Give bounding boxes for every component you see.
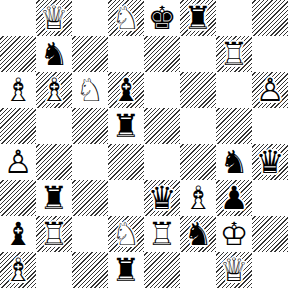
square-a8[interactable] (0, 0, 36, 36)
square-g2[interactable]: ♚♔ (216, 216, 252, 252)
piece-white-rook: ♖ (144, 216, 180, 252)
square-b2[interactable]: ♜♖ (36, 216, 72, 252)
square-a4[interactable]: ♟♙ (0, 144, 36, 180)
piece-black-rook: ♜ (108, 252, 144, 288)
square-f1[interactable] (180, 252, 216, 288)
square-b3[interactable]: ♜♜ (36, 180, 72, 216)
piece-halo: ♚ (144, 0, 180, 36)
square-c7[interactable] (72, 36, 108, 72)
piece-black-queen: ♛ (252, 144, 288, 180)
square-b8[interactable]: ♛♕ (36, 0, 72, 36)
piece-black-bishop: ♝ (0, 216, 36, 252)
piece-halo: ♜ (216, 36, 252, 72)
square-d3[interactable] (108, 180, 144, 216)
square-b6[interactable]: ♝♗ (36, 72, 72, 108)
square-e3[interactable]: ♛♛ (144, 180, 180, 216)
square-h2[interactable] (252, 216, 288, 252)
piece-halo: ♝ (0, 252, 36, 288)
piece-white-bishop: ♗ (180, 180, 216, 216)
piece-white-pawn: ♙ (0, 144, 36, 180)
piece-halo: ♛ (252, 144, 288, 180)
piece-black-knight: ♞ (216, 144, 252, 180)
piece-halo: ♝ (180, 180, 216, 216)
piece-halo: ♜ (36, 180, 72, 216)
piece-white-knight: ♘ (72, 72, 108, 108)
piece-black-rook: ♜ (108, 108, 144, 144)
piece-halo: ♞ (108, 216, 144, 252)
piece-halo: ♞ (180, 216, 216, 252)
piece-white-king: ♔ (216, 216, 252, 252)
square-g3[interactable]: ♟♟ (216, 180, 252, 216)
piece-black-rook: ♜ (36, 180, 72, 216)
square-f4[interactable] (180, 144, 216, 180)
square-c8[interactable] (72, 0, 108, 36)
square-e8[interactable]: ♚♚ (144, 0, 180, 36)
piece-halo: ♝ (36, 72, 72, 108)
square-d5[interactable]: ♜♜ (108, 108, 144, 144)
square-g4[interactable]: ♞♞ (216, 144, 252, 180)
square-f7[interactable] (180, 36, 216, 72)
square-h3[interactable] (252, 180, 288, 216)
piece-white-bishop: ♗ (36, 72, 72, 108)
piece-halo: ♞ (108, 0, 144, 36)
square-b1[interactable] (36, 252, 72, 288)
piece-white-queen: ♕ (36, 0, 72, 36)
square-e4[interactable] (144, 144, 180, 180)
square-c1[interactable] (72, 252, 108, 288)
chess-board: ♛♕♞♘♚♚♜♜♞♞♜♖♝♗♝♗♞♘♝♝♟♙♜♜♟♙♞♞♛♛♜♜♛♛♝♗♟♟♝♝… (0, 0, 288, 288)
square-a6[interactable]: ♝♗ (0, 72, 36, 108)
piece-white-pawn: ♙ (252, 72, 288, 108)
square-f8[interactable]: ♜♜ (180, 0, 216, 36)
square-g7[interactable]: ♜♖ (216, 36, 252, 72)
square-e6[interactable] (144, 72, 180, 108)
piece-black-king: ♚ (144, 0, 180, 36)
piece-halo: ♜ (144, 216, 180, 252)
square-c5[interactable] (72, 108, 108, 144)
square-d6[interactable]: ♝♝ (108, 72, 144, 108)
piece-halo: ♟ (216, 180, 252, 216)
square-b5[interactable] (36, 108, 72, 144)
piece-halo: ♟ (0, 144, 36, 180)
piece-halo: ♜ (108, 108, 144, 144)
square-f6[interactable] (180, 72, 216, 108)
piece-halo: ♜ (36, 216, 72, 252)
square-e2[interactable]: ♜♖ (144, 216, 180, 252)
piece-halo: ♝ (108, 72, 144, 108)
square-a7[interactable] (0, 36, 36, 72)
square-e1[interactable] (144, 252, 180, 288)
square-a5[interactable] (0, 108, 36, 144)
piece-halo: ♞ (216, 144, 252, 180)
square-h6[interactable]: ♟♙ (252, 72, 288, 108)
square-h4[interactable]: ♛♛ (252, 144, 288, 180)
square-d7[interactable] (108, 36, 144, 72)
square-g5[interactable] (216, 108, 252, 144)
square-f3[interactable]: ♝♗ (180, 180, 216, 216)
piece-black-queen: ♛ (144, 180, 180, 216)
piece-white-rook: ♖ (216, 36, 252, 72)
square-b7[interactable]: ♞♞ (36, 36, 72, 72)
square-d1[interactable]: ♜♜ (108, 252, 144, 288)
square-a3[interactable] (0, 180, 36, 216)
piece-white-knight: ♘ (108, 216, 144, 252)
square-d8[interactable]: ♞♘ (108, 0, 144, 36)
piece-white-knight: ♘ (108, 0, 144, 36)
piece-black-rook: ♜ (180, 0, 216, 36)
square-c3[interactable] (72, 180, 108, 216)
piece-halo: ♜ (180, 0, 216, 36)
square-c4[interactable] (72, 144, 108, 180)
square-a1[interactable]: ♝♗ (0, 252, 36, 288)
piece-halo: ♛ (216, 252, 252, 288)
square-c6[interactable]: ♞♘ (72, 72, 108, 108)
square-d2[interactable]: ♞♘ (108, 216, 144, 252)
square-h7[interactable] (252, 36, 288, 72)
piece-black-bishop: ♝ (108, 72, 144, 108)
piece-white-bishop: ♗ (0, 252, 36, 288)
piece-halo: ♟ (252, 72, 288, 108)
piece-halo: ♛ (144, 180, 180, 216)
square-c2[interactable] (72, 216, 108, 252)
square-e7[interactable] (144, 36, 180, 72)
square-e5[interactable] (144, 108, 180, 144)
square-g1[interactable]: ♛♕ (216, 252, 252, 288)
square-h8[interactable] (252, 0, 288, 36)
piece-halo: ♛ (36, 0, 72, 36)
piece-white-rook: ♖ (36, 216, 72, 252)
piece-halo: ♜ (108, 252, 144, 288)
piece-white-bishop: ♗ (0, 72, 36, 108)
piece-halo: ♝ (0, 72, 36, 108)
piece-black-pawn: ♟ (216, 180, 252, 216)
piece-halo: ♝ (0, 216, 36, 252)
square-f2[interactable]: ♞♞ (180, 216, 216, 252)
square-g8[interactable] (216, 0, 252, 36)
square-h5[interactable] (252, 108, 288, 144)
piece-halo: ♚ (216, 216, 252, 252)
piece-halo: ♞ (36, 36, 72, 72)
square-a2[interactable]: ♝♝ (0, 216, 36, 252)
square-b4[interactable] (36, 144, 72, 180)
square-f5[interactable] (180, 108, 216, 144)
square-d4[interactable] (108, 144, 144, 180)
piece-black-knight: ♞ (180, 216, 216, 252)
square-g6[interactable] (216, 72, 252, 108)
piece-black-knight: ♞ (36, 36, 72, 72)
piece-white-queen: ♕ (216, 252, 252, 288)
square-h1[interactable] (252, 252, 288, 288)
piece-halo: ♞ (72, 72, 108, 108)
